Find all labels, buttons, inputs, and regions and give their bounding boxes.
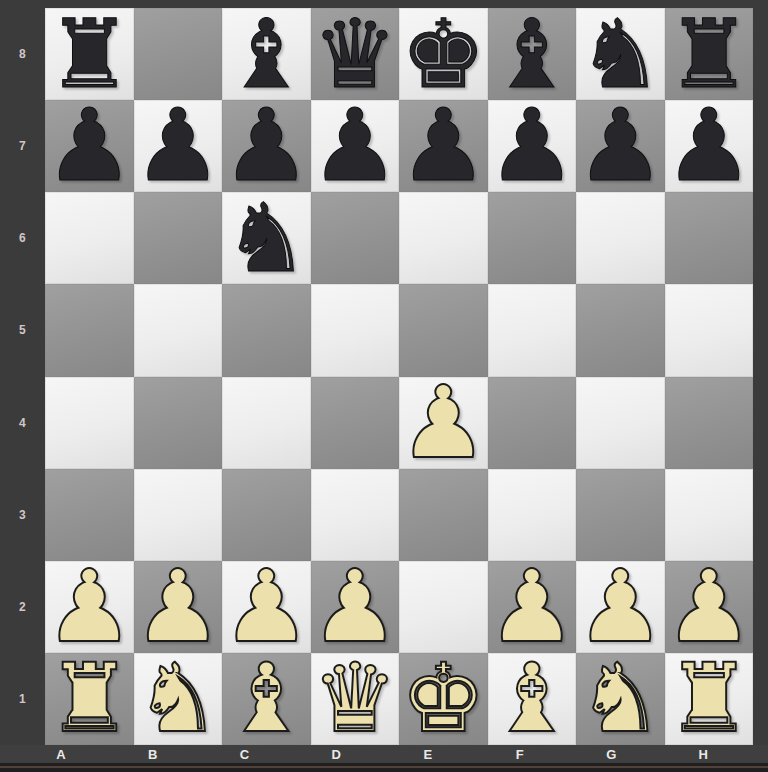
- piece-white-pawn-b2[interactable]: ♟: [134, 561, 223, 653]
- square-e1[interactable]: ♚: [399, 653, 488, 745]
- square-b5[interactable]: [134, 284, 223, 376]
- piece-black-bishop-f8[interactable]: ♝: [489, 8, 574, 100]
- square-d2[interactable]: ♟: [311, 561, 400, 653]
- square-c5[interactable]: [222, 284, 311, 376]
- square-f1[interactable]: ♝: [488, 653, 577, 745]
- square-b1[interactable]: ♞: [134, 653, 223, 745]
- rank-label-1: 1: [0, 653, 45, 745]
- rank-label-6: 6: [0, 192, 45, 284]
- square-e6[interactable]: [399, 192, 488, 284]
- piece-white-pawn-c2[interactable]: ♟: [222, 561, 311, 653]
- square-h6[interactable]: [665, 192, 754, 284]
- square-g3[interactable]: [576, 469, 665, 561]
- square-d8[interactable]: ♛: [311, 8, 400, 100]
- square-g7[interactable]: ♟: [576, 100, 665, 192]
- square-h2[interactable]: ♟: [665, 561, 754, 653]
- file-label-b: B: [107, 745, 199, 763]
- file-label-g: G: [566, 745, 658, 763]
- square-e2[interactable]: [399, 561, 488, 653]
- rank-label-4: 4: [0, 377, 45, 469]
- piece-white-pawn-h2[interactable]: ♟: [665, 561, 754, 653]
- square-g4[interactable]: [576, 377, 665, 469]
- square-c2[interactable]: ♟: [222, 561, 311, 653]
- square-f3[interactable]: [488, 469, 577, 561]
- square-e3[interactable]: [399, 469, 488, 561]
- square-a7[interactable]: ♟: [45, 100, 134, 192]
- square-c4[interactable]: [222, 377, 311, 469]
- square-h5[interactable]: [665, 284, 754, 376]
- piece-white-king-e1[interactable]: ♚: [401, 653, 486, 745]
- square-d1[interactable]: ♛: [311, 653, 400, 745]
- piece-white-knight-g1[interactable]: ♞: [578, 653, 663, 745]
- square-a6[interactable]: [45, 192, 134, 284]
- square-a2[interactable]: ♟: [45, 561, 134, 653]
- square-f4[interactable]: [488, 377, 577, 469]
- square-d4[interactable]: [311, 377, 400, 469]
- square-b6[interactable]: [134, 192, 223, 284]
- piece-black-bishop-c8[interactable]: ♝: [224, 8, 309, 100]
- square-a5[interactable]: [45, 284, 134, 376]
- file-label-f: F: [474, 745, 566, 763]
- piece-black-pawn-b7[interactable]: ♟: [134, 100, 223, 192]
- square-g6[interactable]: [576, 192, 665, 284]
- piece-black-queen-d8[interactable]: ♛: [312, 8, 397, 100]
- square-d5[interactable]: [311, 284, 400, 376]
- piece-black-rook-h8[interactable]: ♜: [666, 8, 751, 100]
- piece-white-knight-b1[interactable]: ♞: [135, 653, 220, 745]
- file-label-c: C: [199, 745, 291, 763]
- piece-white-rook-a1[interactable]: ♜: [47, 653, 132, 745]
- square-d6[interactable]: [311, 192, 400, 284]
- piece-black-rook-a8[interactable]: ♜: [47, 8, 132, 100]
- piece-white-pawn-a2[interactable]: ♟: [45, 561, 134, 653]
- square-f2[interactable]: ♟: [488, 561, 577, 653]
- piece-black-pawn-g7[interactable]: ♟: [576, 100, 665, 192]
- square-g8[interactable]: ♞: [576, 8, 665, 100]
- piece-black-pawn-f7[interactable]: ♟: [488, 100, 577, 192]
- piece-white-pawn-d2[interactable]: ♟: [311, 561, 400, 653]
- file-label-h: H: [657, 745, 749, 763]
- square-d3[interactable]: [311, 469, 400, 561]
- piece-black-pawn-c7[interactable]: ♟: [222, 100, 311, 192]
- square-e7[interactable]: ♟: [399, 100, 488, 192]
- square-h1[interactable]: ♜: [665, 653, 754, 745]
- rank-label-2: 2: [0, 561, 45, 653]
- square-h7[interactable]: ♟: [665, 100, 754, 192]
- square-a1[interactable]: ♜: [45, 653, 134, 745]
- piece-black-knight-g8[interactable]: ♞: [578, 8, 663, 100]
- bottom-accent-line: [0, 766, 768, 768]
- square-c6[interactable]: ♞: [222, 192, 311, 284]
- square-c8[interactable]: ♝: [222, 8, 311, 100]
- file-label-e: E: [382, 745, 474, 763]
- piece-white-bishop-f1[interactable]: ♝: [489, 653, 574, 745]
- rank-label-8: 8: [0, 8, 45, 100]
- bottom-strip: [0, 763, 768, 772]
- piece-white-rook-h1[interactable]: ♜: [666, 653, 751, 745]
- piece-white-bishop-c1[interactable]: ♝: [224, 653, 309, 745]
- square-a4[interactable]: [45, 377, 134, 469]
- square-e5[interactable]: [399, 284, 488, 376]
- square-d7[interactable]: ♟: [311, 100, 400, 192]
- piece-white-pawn-f2[interactable]: ♟: [488, 561, 577, 653]
- square-b3[interactable]: [134, 469, 223, 561]
- square-a8[interactable]: ♜: [45, 8, 134, 100]
- rank-labels: 87654321: [0, 8, 45, 745]
- piece-black-king-e8[interactable]: ♚: [401, 8, 486, 100]
- piece-black-pawn-d7[interactable]: ♟: [311, 100, 400, 192]
- rank-label-7: 7: [0, 100, 45, 192]
- square-e8[interactable]: ♚: [399, 8, 488, 100]
- rank-label-3: 3: [0, 469, 45, 561]
- square-b2[interactable]: ♟: [134, 561, 223, 653]
- square-c1[interactable]: ♝: [222, 653, 311, 745]
- square-f7[interactable]: ♟: [488, 100, 577, 192]
- square-e4[interactable]: ♟: [399, 377, 488, 469]
- square-f6[interactable]: [488, 192, 577, 284]
- piece-white-queen-d1[interactable]: ♛: [312, 653, 397, 745]
- square-b7[interactable]: ♟: [134, 100, 223, 192]
- chessboard-frame: ♜♝♛♚♝♞♜♟♟♟♟♟♟♟♟♞♟♟♟♟♟♟♟♟♜♞♝♛♚♝♞♜ 8765432…: [0, 0, 768, 772]
- square-c7[interactable]: ♟: [222, 100, 311, 192]
- square-c3[interactable]: [222, 469, 311, 561]
- piece-black-knight-c6[interactable]: ♞: [224, 192, 309, 284]
- square-h8[interactable]: ♜: [665, 8, 754, 100]
- square-a3[interactable]: [45, 469, 134, 561]
- piece-black-pawn-e7[interactable]: ♟: [399, 100, 488, 192]
- file-labels: ABCDEFGH: [15, 745, 749, 763]
- square-g5[interactable]: [576, 284, 665, 376]
- chess-board: ♜♝♛♚♝♞♜♟♟♟♟♟♟♟♟♞♟♟♟♟♟♟♟♟♜♞♝♛♚♝♞♜: [45, 8, 753, 745]
- file-label-a: A: [15, 745, 107, 763]
- piece-white-pawn-g2[interactable]: ♟: [576, 561, 665, 653]
- piece-black-pawn-h7[interactable]: ♟: [665, 100, 754, 192]
- square-h4[interactable]: [665, 377, 754, 469]
- square-g2[interactable]: ♟: [576, 561, 665, 653]
- square-b8[interactable]: [134, 8, 223, 100]
- square-b4[interactable]: [134, 377, 223, 469]
- square-g1[interactable]: ♞: [576, 653, 665, 745]
- piece-white-pawn-e4[interactable]: ♟: [399, 377, 488, 469]
- square-f8[interactable]: ♝: [488, 8, 577, 100]
- piece-black-pawn-a7[interactable]: ♟: [45, 100, 134, 192]
- square-f5[interactable]: [488, 284, 577, 376]
- rank-label-5: 5: [0, 284, 45, 376]
- file-label-d: D: [290, 745, 382, 763]
- square-h3[interactable]: [665, 469, 754, 561]
